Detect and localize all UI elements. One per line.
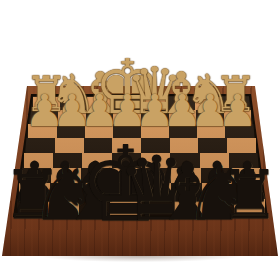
piece-white-pawn-a2: ♟ bbox=[218, 89, 258, 133]
pieces-layer: ♜♞♝♚♛♝♞♜♟♟♟♟♟♟♟♟♟♟♟♟♟♟♟♟♜♞♝♚♛♝♞♜ bbox=[0, 0, 280, 280]
chess-set-photo: ♜♞♝♚♛♝♞♜♟♟♟♟♟♟♟♟♟♟♟♟♟♟♟♟♜♞♝♚♛♝♞♜ bbox=[0, 0, 280, 280]
piece-black-rook-a8: ♜ bbox=[219, 162, 279, 229]
